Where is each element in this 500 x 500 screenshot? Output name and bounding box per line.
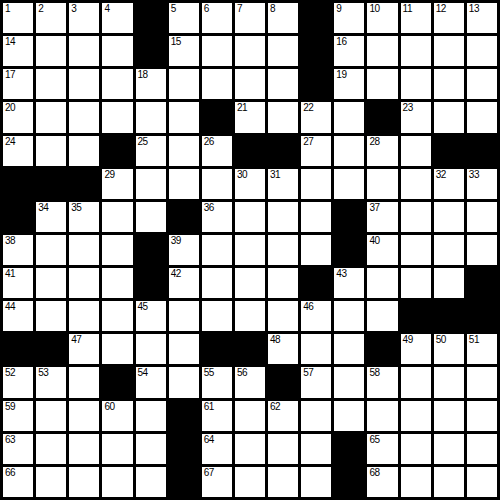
cell-r15c2[interactable] <box>36 467 66 497</box>
clue-number: 20 <box>5 102 15 113</box>
block-cell-r3c10 <box>301 69 331 99</box>
cell-r1c14[interactable]: 12 <box>434 3 464 33</box>
clue-number: 6 <box>204 3 209 14</box>
cell-r12c5[interactable]: 54 <box>136 367 166 397</box>
cell-r12c7[interactable]: 55 <box>202 367 232 397</box>
cell-r3c3[interactable] <box>69 69 99 99</box>
block-cell-r7c11 <box>334 202 364 232</box>
cell-r10c4[interactable] <box>102 301 132 331</box>
clue-number: 23 <box>403 102 413 113</box>
clue-number: 35 <box>71 202 81 213</box>
cell-r7c7[interactable]: 36 <box>202 202 232 232</box>
block-cell-r6c1 <box>3 169 33 199</box>
cell-r8c2[interactable] <box>36 235 66 265</box>
cell-r14c4[interactable] <box>102 434 132 464</box>
cell-r5c13[interactable] <box>401 136 431 166</box>
clue-number: 49 <box>403 334 413 345</box>
clue-number: 64 <box>204 434 214 445</box>
cell-r12c1[interactable]: 52 <box>3 367 33 397</box>
clue-number: 61 <box>204 401 214 412</box>
cell-r8c14[interactable] <box>434 235 464 265</box>
cell-r5c11[interactable] <box>334 136 364 166</box>
block-cell-r10c13 <box>401 301 431 331</box>
block-cell-r9c15 <box>467 268 497 298</box>
clue-number: 40 <box>369 235 379 246</box>
block-cell-r10c15 <box>467 301 497 331</box>
cell-r1c4[interactable]: 4 <box>102 3 132 33</box>
clue-number: 56 <box>237 367 247 378</box>
block-cell-r1c10 <box>301 3 331 33</box>
clue-number: 10 <box>369 3 379 14</box>
cell-r10c7[interactable] <box>202 301 232 331</box>
clue-number: 29 <box>104 169 114 180</box>
clue-number: 43 <box>336 268 346 279</box>
cell-r13c9[interactable]: 62 <box>268 401 298 431</box>
cell-r8c3[interactable] <box>69 235 99 265</box>
cell-r1c7[interactable]: 6 <box>202 3 232 33</box>
cell-r10c9[interactable] <box>268 301 298 331</box>
cell-r11c5[interactable] <box>136 334 166 364</box>
cell-r3c2[interactable] <box>36 69 66 99</box>
cell-r7c14[interactable] <box>434 202 464 232</box>
cell-r1c1[interactable]: 1 <box>3 3 33 33</box>
cell-r9c9[interactable] <box>268 268 298 298</box>
clue-number: 24 <box>5 136 15 147</box>
clue-number: 17 <box>5 69 15 80</box>
clue-number: 5 <box>171 3 176 14</box>
clue-number: 52 <box>5 367 15 378</box>
cell-r12c2[interactable]: 53 <box>36 367 66 397</box>
cell-r7c13[interactable] <box>401 202 431 232</box>
cell-r15c13[interactable] <box>401 467 431 497</box>
cell-r15c10[interactable] <box>301 467 331 497</box>
clue-number: 27 <box>303 136 313 147</box>
block-cell-r11c2 <box>36 334 66 364</box>
cell-r2c9[interactable] <box>268 36 298 66</box>
cell-r11c11[interactable] <box>334 334 364 364</box>
clue-number: 28 <box>369 136 379 147</box>
block-cell-r5c15 <box>467 136 497 166</box>
cell-r13c4[interactable]: 60 <box>102 401 132 431</box>
block-cell-r9c10 <box>301 268 331 298</box>
cell-r9c2[interactable] <box>36 268 66 298</box>
cell-r11c9[interactable]: 48 <box>268 334 298 364</box>
cell-r7c4[interactable] <box>102 202 132 232</box>
block-cell-r13c6 <box>169 401 199 431</box>
cell-r12c6[interactable] <box>169 367 199 397</box>
cell-r1c3[interactable]: 3 <box>69 3 99 33</box>
block-cell-r12c4 <box>102 367 132 397</box>
clue-number: 44 <box>5 301 15 312</box>
clue-number: 42 <box>171 268 181 279</box>
clue-number: 8 <box>270 3 275 14</box>
clue-number: 33 <box>469 169 479 180</box>
cell-r15c8[interactable] <box>235 467 265 497</box>
cell-r4c3[interactable] <box>69 102 99 132</box>
cell-r15c7[interactable]: 67 <box>202 467 232 497</box>
clue-number: 25 <box>138 136 148 147</box>
cell-r1c12[interactable]: 10 <box>367 3 397 33</box>
cell-r3c13[interactable] <box>401 69 431 99</box>
cell-r6c6[interactable] <box>169 169 199 199</box>
block-cell-r10c14 <box>434 301 464 331</box>
clue-number: 53 <box>38 367 48 378</box>
block-cell-r4c12 <box>367 102 397 132</box>
cell-r14c14[interactable] <box>434 434 464 464</box>
clue-number: 21 <box>237 102 247 113</box>
clue-number: 62 <box>270 401 280 412</box>
clue-number: 2 <box>38 3 43 14</box>
clue-number: 68 <box>369 467 379 478</box>
block-cell-r11c1 <box>3 334 33 364</box>
cell-r5c10[interactable]: 27 <box>301 136 331 166</box>
cell-r1c6[interactable]: 5 <box>169 3 199 33</box>
cell-r13c7[interactable]: 61 <box>202 401 232 431</box>
block-cell-r15c11 <box>334 467 364 497</box>
cell-r14c13[interactable] <box>401 434 431 464</box>
cell-r6c7[interactable] <box>202 169 232 199</box>
block-cell-r11c7 <box>202 334 232 364</box>
cell-r14c7[interactable]: 64 <box>202 434 232 464</box>
cell-r13c15[interactable] <box>467 401 497 431</box>
cell-r13c10[interactable] <box>301 401 331 431</box>
cell-r3c9[interactable] <box>268 69 298 99</box>
cell-r3c11[interactable]: 19 <box>334 69 364 99</box>
block-cell-r14c11 <box>334 434 364 464</box>
cell-r7c15[interactable] <box>467 202 497 232</box>
clue-number: 4 <box>104 3 109 14</box>
cell-r12c12[interactable]: 58 <box>367 367 397 397</box>
cell-r15c12[interactable]: 68 <box>367 467 397 497</box>
cell-r3c4[interactable] <box>102 69 132 99</box>
block-cell-r5c9 <box>268 136 298 166</box>
clue-number: 34 <box>38 202 48 213</box>
cell-r10c3[interactable] <box>69 301 99 331</box>
cell-r13c14[interactable] <box>434 401 464 431</box>
block-cell-r9c5 <box>136 268 166 298</box>
cell-r10c8[interactable] <box>235 301 265 331</box>
cell-r9c1[interactable]: 41 <box>3 268 33 298</box>
cell-r9c14[interactable] <box>434 268 464 298</box>
cell-r11c14[interactable]: 50 <box>434 334 464 364</box>
cell-r9c12[interactable] <box>367 268 397 298</box>
block-cell-r8c11 <box>334 235 364 265</box>
block-cell-r2c5 <box>136 36 166 66</box>
cell-r2c1[interactable]: 14 <box>3 36 33 66</box>
cell-r8c15[interactable] <box>467 235 497 265</box>
block-cell-r6c2 <box>36 169 66 199</box>
cell-r15c15[interactable] <box>467 467 497 497</box>
cell-r11c15[interactable]: 51 <box>467 334 497 364</box>
block-cell-r14c6 <box>169 434 199 464</box>
block-cell-r11c8 <box>235 334 265 364</box>
block-cell-r12c9 <box>268 367 298 397</box>
cell-r11c6[interactable] <box>169 334 199 364</box>
block-cell-r5c8 <box>235 136 265 166</box>
cell-r4c6[interactable] <box>169 102 199 132</box>
cell-r12c8[interactable]: 56 <box>235 367 265 397</box>
block-cell-r7c6 <box>169 202 199 232</box>
clue-number: 51 <box>469 334 479 345</box>
cell-r13c13[interactable] <box>401 401 431 431</box>
cell-r9c8[interactable] <box>235 268 265 298</box>
cell-r2c14[interactable] <box>434 36 464 66</box>
cell-r4c4[interactable] <box>102 102 132 132</box>
block-cell-r6c3 <box>69 169 99 199</box>
clue-number: 12 <box>436 3 446 14</box>
clue-number: 59 <box>5 401 15 412</box>
clue-number: 11 <box>403 3 412 14</box>
clue-number: 9 <box>336 3 341 14</box>
cell-r8c1[interactable]: 38 <box>3 235 33 265</box>
cell-r1c15[interactable]: 13 <box>467 3 497 33</box>
cell-r13c12[interactable] <box>367 401 397 431</box>
cell-r14c15[interactable] <box>467 434 497 464</box>
cell-r7c12[interactable]: 37 <box>367 202 397 232</box>
cell-r8c9[interactable] <box>268 235 298 265</box>
clue-number: 47 <box>71 334 81 345</box>
cell-r14c12[interactable]: 65 <box>367 434 397 464</box>
cell-r14c10[interactable] <box>301 434 331 464</box>
cell-r6c13[interactable] <box>401 169 431 199</box>
cell-r2c11[interactable]: 16 <box>334 36 364 66</box>
cell-r6c14[interactable]: 32 <box>434 169 464 199</box>
cell-r2c3[interactable] <box>69 36 99 66</box>
cell-r14c2[interactable] <box>36 434 66 464</box>
cell-r8c10[interactable] <box>301 235 331 265</box>
cell-r12c11[interactable] <box>334 367 364 397</box>
cell-r7c10[interactable] <box>301 202 331 232</box>
cell-r3c6[interactable] <box>169 69 199 99</box>
cell-r3c12[interactable] <box>367 69 397 99</box>
clue-number: 65 <box>369 434 379 445</box>
clue-number: 19 <box>336 69 346 80</box>
cell-r8c4[interactable] <box>102 235 132 265</box>
cell-r14c8[interactable] <box>235 434 265 464</box>
cell-r1c2[interactable]: 2 <box>36 3 66 33</box>
cell-r10c12[interactable] <box>367 301 397 331</box>
cell-r15c14[interactable] <box>434 467 464 497</box>
cell-r9c11[interactable]: 43 <box>334 268 364 298</box>
cell-r13c8[interactable] <box>235 401 265 431</box>
cell-r12c13[interactable] <box>401 367 431 397</box>
cell-r15c5[interactable] <box>136 467 166 497</box>
cell-r4c9[interactable] <box>268 102 298 132</box>
cell-r2c4[interactable] <box>102 36 132 66</box>
cell-r2c8[interactable] <box>235 36 265 66</box>
block-cell-r2c10 <box>301 36 331 66</box>
cell-r10c11[interactable] <box>334 301 364 331</box>
cell-r14c5[interactable] <box>136 434 166 464</box>
cell-r10c1[interactable]: 44 <box>3 301 33 331</box>
cell-r8c7[interactable] <box>202 235 232 265</box>
clue-number: 67 <box>204 467 214 478</box>
cell-r13c5[interactable] <box>136 401 166 431</box>
cell-r4c15[interactable] <box>467 102 497 132</box>
cell-r13c1[interactable]: 59 <box>3 401 33 431</box>
cell-r4c11[interactable] <box>334 102 364 132</box>
clue-number: 7 <box>237 3 242 14</box>
cell-r15c4[interactable] <box>102 467 132 497</box>
cell-r5c7[interactable]: 26 <box>202 136 232 166</box>
cell-r3c7[interactable] <box>202 69 232 99</box>
block-cell-r7c1 <box>3 202 33 232</box>
cell-r10c2[interactable] <box>36 301 66 331</box>
cell-r11c3[interactable]: 47 <box>69 334 99 364</box>
cell-r3c14[interactable] <box>434 69 464 99</box>
cell-r5c6[interactable] <box>169 136 199 166</box>
cell-r5c2[interactable] <box>36 136 66 166</box>
cell-r6c4[interactable]: 29 <box>102 169 132 199</box>
clue-number: 13 <box>469 3 479 14</box>
clue-number: 3 <box>71 3 76 14</box>
cell-r15c3[interactable] <box>69 467 99 497</box>
block-cell-r15c6 <box>169 467 199 497</box>
clue-number: 57 <box>303 367 313 378</box>
cell-r9c3[interactable] <box>69 268 99 298</box>
clue-number: 58 <box>369 367 379 378</box>
cell-r13c3[interactable] <box>69 401 99 431</box>
clue-number: 39 <box>171 235 181 246</box>
clue-number: 16 <box>336 36 346 47</box>
cell-r10c10[interactable]: 46 <box>301 301 331 331</box>
cell-r6c12[interactable] <box>367 169 397 199</box>
clue-number: 15 <box>171 36 181 47</box>
cell-r8c12[interactable]: 40 <box>367 235 397 265</box>
cell-r9c4[interactable] <box>102 268 132 298</box>
cell-r6c9[interactable]: 31 <box>268 169 298 199</box>
clue-number: 14 <box>5 36 15 47</box>
block-cell-r5c4 <box>102 136 132 166</box>
cell-r5c5[interactable]: 25 <box>136 136 166 166</box>
cell-r3c1[interactable]: 17 <box>3 69 33 99</box>
clue-number: 37 <box>369 202 379 213</box>
clue-number: 55 <box>204 367 214 378</box>
clue-number: 48 <box>270 334 280 345</box>
clue-number: 38 <box>5 235 15 246</box>
block-cell-r4c7 <box>202 102 232 132</box>
cell-r2c6[interactable]: 15 <box>169 36 199 66</box>
clue-number: 50 <box>436 334 446 345</box>
cell-r13c11[interactable] <box>334 401 364 431</box>
clue-number: 30 <box>237 169 247 180</box>
cell-r7c3[interactable]: 35 <box>69 202 99 232</box>
block-cell-r8c5 <box>136 235 166 265</box>
clue-number: 1 <box>5 3 10 14</box>
cell-r7c8[interactable] <box>235 202 265 232</box>
clue-number: 66 <box>5 467 15 478</box>
cell-r1c9[interactable]: 8 <box>268 3 298 33</box>
cell-r7c9[interactable] <box>268 202 298 232</box>
cell-r3c8[interactable] <box>235 69 265 99</box>
cell-r2c15[interactable] <box>467 36 497 66</box>
cell-r1c8[interactable]: 7 <box>235 3 265 33</box>
cell-r13c2[interactable] <box>36 401 66 431</box>
cell-r12c15[interactable] <box>467 367 497 397</box>
cell-r6c15[interactable]: 33 <box>467 169 497 199</box>
cell-r10c5[interactable]: 45 <box>136 301 166 331</box>
cell-r9c7[interactable] <box>202 268 232 298</box>
cell-r12c10[interactable]: 57 <box>301 367 331 397</box>
clue-number: 31 <box>270 169 280 180</box>
cell-r5c3[interactable] <box>69 136 99 166</box>
cell-r6c11[interactable] <box>334 169 364 199</box>
cell-r2c13[interactable] <box>401 36 431 66</box>
cell-r4c8[interactable]: 21 <box>235 102 265 132</box>
cell-r1c13[interactable]: 11 <box>401 3 431 33</box>
cell-r3c15[interactable] <box>467 69 497 99</box>
cell-r12c14[interactable] <box>434 367 464 397</box>
cell-r11c4[interactable] <box>102 334 132 364</box>
cell-r14c1[interactable]: 63 <box>3 434 33 464</box>
cell-r4c2[interactable] <box>36 102 66 132</box>
cell-r14c3[interactable] <box>69 434 99 464</box>
cell-r9c6[interactable]: 42 <box>169 268 199 298</box>
cell-r7c5[interactable] <box>136 202 166 232</box>
cell-r1c11[interactable]: 9 <box>334 3 364 33</box>
clue-number: 54 <box>138 367 148 378</box>
cell-r6c8[interactable]: 30 <box>235 169 265 199</box>
cell-r2c7[interactable] <box>202 36 232 66</box>
cell-r4c13[interactable]: 23 <box>401 102 431 132</box>
cell-r6c10[interactable] <box>301 169 331 199</box>
clue-number: 46 <box>303 301 313 312</box>
clue-number: 41 <box>5 268 15 279</box>
cell-r4c1[interactable]: 20 <box>3 102 33 132</box>
cell-r14c9[interactable] <box>268 434 298 464</box>
cell-r4c14[interactable] <box>434 102 464 132</box>
block-cell-r1c5 <box>136 3 166 33</box>
clue-number: 60 <box>104 401 114 412</box>
cell-r10c6[interactable] <box>169 301 199 331</box>
cell-r3c5[interactable]: 18 <box>136 69 166 99</box>
cell-r5c1[interactable]: 24 <box>3 136 33 166</box>
cell-r2c2[interactable] <box>36 36 66 66</box>
cell-r15c1[interactable]: 66 <box>3 467 33 497</box>
clue-number: 63 <box>5 434 15 445</box>
cell-r4c10[interactable]: 22 <box>301 102 331 132</box>
cell-r12c3[interactable] <box>69 367 99 397</box>
cell-r8c6[interactable]: 39 <box>169 235 199 265</box>
cell-r8c13[interactable] <box>401 235 431 265</box>
cell-r15c9[interactable] <box>268 467 298 497</box>
cell-r4c5[interactable] <box>136 102 166 132</box>
cell-r8c8[interactable] <box>235 235 265 265</box>
cell-r9c13[interactable] <box>401 268 431 298</box>
cell-r7c2[interactable]: 34 <box>36 202 66 232</box>
clue-number: 18 <box>138 69 148 80</box>
block-cell-r11c12 <box>367 334 397 364</box>
cell-r11c10[interactable] <box>301 334 331 364</box>
block-cell-r5c14 <box>434 136 464 166</box>
cell-r5c12[interactable]: 28 <box>367 136 397 166</box>
cell-r2c12[interactable] <box>367 36 397 66</box>
clue-number: 22 <box>303 102 313 113</box>
clue-number: 32 <box>436 169 446 180</box>
clue-number: 45 <box>138 301 148 312</box>
clue-number: 26 <box>204 136 214 147</box>
cell-r11c13[interactable]: 49 <box>401 334 431 364</box>
clue-number: 36 <box>204 202 214 213</box>
crossword-grid: 1234567891011121314151617181920212223242… <box>0 0 500 500</box>
cell-r6c5[interactable] <box>136 169 166 199</box>
